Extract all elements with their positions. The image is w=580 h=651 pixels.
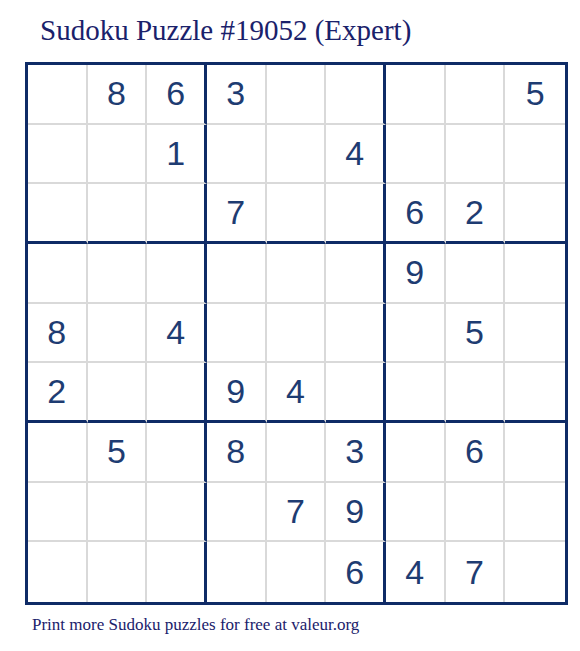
cell-r2c9: [505, 125, 565, 185]
cell-r8c8: [446, 483, 506, 543]
cell-r3c1: [28, 184, 88, 244]
cell-r8c1: [28, 483, 88, 543]
page-title: Sudoku Puzzle #19052 (Expert): [40, 14, 411, 47]
cell-r4c8: [446, 244, 506, 304]
cell-r4c3: [147, 244, 207, 304]
cell-r6c9: [505, 363, 565, 423]
cell-r9c6: 6: [326, 542, 386, 602]
cell-r2c3: 1: [147, 125, 207, 185]
cell-r7c5: [267, 423, 327, 483]
cell-r6c4: 9: [207, 363, 267, 423]
cell-r6c3: [147, 363, 207, 423]
cell-r3c5: [267, 184, 327, 244]
cell-r5c3: 4: [147, 304, 207, 364]
cell-r7c3: [147, 423, 207, 483]
cell-r3c3: [147, 184, 207, 244]
cell-r1c3: 6: [147, 65, 207, 125]
cell-r9c9: [505, 542, 565, 602]
cell-r1c9: 5: [505, 65, 565, 125]
cell-r6c2: [88, 363, 148, 423]
cell-r5c2: [88, 304, 148, 364]
cell-r1c4: 3: [207, 65, 267, 125]
cell-r7c9: [505, 423, 565, 483]
cell-r3c8: 2: [446, 184, 506, 244]
cell-r4c1: [28, 244, 88, 304]
cell-r3c7: 6: [386, 184, 446, 244]
cell-r7c6: 3: [326, 423, 386, 483]
cell-r7c8: 6: [446, 423, 506, 483]
cell-r5c4: [207, 304, 267, 364]
cell-r3c4: 7: [207, 184, 267, 244]
cell-r4c2: [88, 244, 148, 304]
cell-r9c2: [88, 542, 148, 602]
cell-r7c7: [386, 423, 446, 483]
cell-r1c8: [446, 65, 506, 125]
cell-r8c7: [386, 483, 446, 543]
cell-r2c7: [386, 125, 446, 185]
cell-r5c1: 8: [28, 304, 88, 364]
cell-r9c7: 4: [386, 542, 446, 602]
cell-r9c8: 7: [446, 542, 506, 602]
footer-text: Print more Sudoku puzzles for free at va…: [32, 615, 359, 635]
cell-r4c9: [505, 244, 565, 304]
cell-r5c8: 5: [446, 304, 506, 364]
cell-r5c6: [326, 304, 386, 364]
cell-r1c1: [28, 65, 88, 125]
sudoku-board: 8635147629845294583679647: [25, 62, 568, 605]
cell-r5c7: [386, 304, 446, 364]
cell-r1c2: 8: [88, 65, 148, 125]
cell-r1c5: [267, 65, 327, 125]
cell-r2c2: [88, 125, 148, 185]
cell-r9c5: [267, 542, 327, 602]
cell-r4c6: [326, 244, 386, 304]
cell-r8c3: [147, 483, 207, 543]
cell-r2c6: 4: [326, 125, 386, 185]
cell-r6c7: [386, 363, 446, 423]
cell-r5c5: [267, 304, 327, 364]
cell-r8c9: [505, 483, 565, 543]
cell-r2c4: [207, 125, 267, 185]
cell-r7c1: [28, 423, 88, 483]
cell-r2c8: [446, 125, 506, 185]
cell-r6c5: 4: [267, 363, 327, 423]
cell-r8c2: [88, 483, 148, 543]
cell-r6c1: 2: [28, 363, 88, 423]
cell-r9c4: [207, 542, 267, 602]
cell-r7c4: 8: [207, 423, 267, 483]
cell-r6c6: [326, 363, 386, 423]
cell-r2c5: [267, 125, 327, 185]
cell-r8c5: 7: [267, 483, 327, 543]
cell-r7c2: 5: [88, 423, 148, 483]
cell-r9c3: [147, 542, 207, 602]
cell-r4c7: 9: [386, 244, 446, 304]
cell-r4c5: [267, 244, 327, 304]
cell-r1c7: [386, 65, 446, 125]
cell-r2c1: [28, 125, 88, 185]
cell-r8c6: 9: [326, 483, 386, 543]
cell-r9c1: [28, 542, 88, 602]
cell-r3c9: [505, 184, 565, 244]
cell-r5c9: [505, 304, 565, 364]
cell-r3c2: [88, 184, 148, 244]
cell-r1c6: [326, 65, 386, 125]
cell-r8c4: [207, 483, 267, 543]
cell-r3c6: [326, 184, 386, 244]
cell-r4c4: [207, 244, 267, 304]
cell-r6c8: [446, 363, 506, 423]
